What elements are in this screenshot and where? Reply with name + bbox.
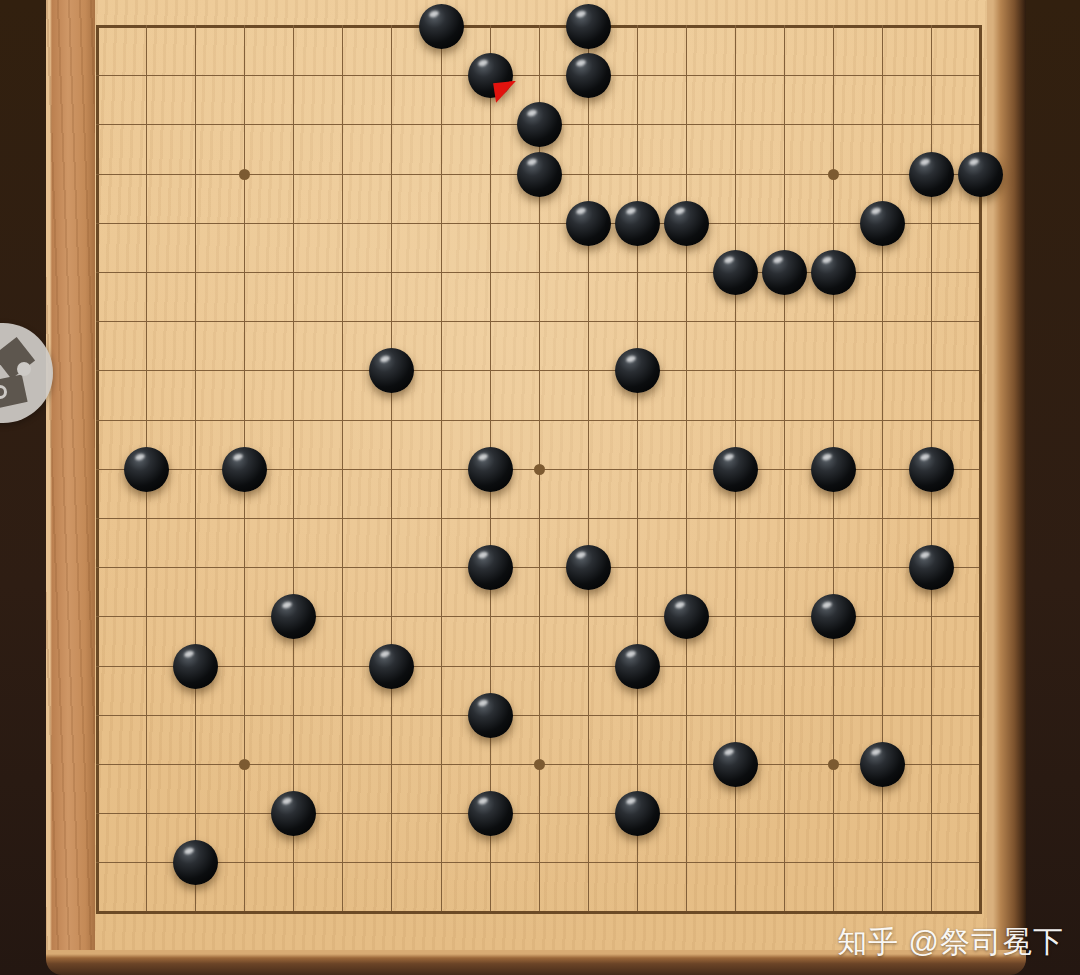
black-stone[interactable] [762,250,807,295]
go-board[interactable] [95,0,987,950]
black-stone[interactable] [860,201,905,246]
black-stone[interactable] [517,152,562,197]
grid-line-horizontal [96,813,982,814]
black-stone[interactable] [811,250,856,295]
black-stone[interactable] [566,53,611,98]
black-stone[interactable] [713,742,758,787]
black-stone[interactable] [468,545,513,590]
black-stone[interactable] [271,594,316,639]
black-stone[interactable] [369,644,414,689]
star-point [534,464,545,475]
black-stone[interactable] [468,791,513,836]
black-stone[interactable] [909,545,954,590]
black-stone[interactable] [811,447,856,492]
black-stone[interactable] [713,250,758,295]
board-frame-left [46,0,95,950]
star-point [239,759,250,770]
grid-line-horizontal [96,518,982,519]
grid-line-vertical [637,25,638,914]
black-stone[interactable] [566,201,611,246]
grid-line-vertical [784,25,785,914]
black-stone[interactable] [713,447,758,492]
star-point [828,169,839,180]
grid-line-vertical [686,25,687,914]
board-frame-right [987,0,1026,950]
black-stone[interactable] [615,791,660,836]
black-stone[interactable] [909,152,954,197]
grid-line-vertical [588,25,589,914]
black-stone[interactable] [173,644,218,689]
go-app-screen: { "game": { "name": "Go (Weiqi)", "board… [0,0,1080,975]
black-stone[interactable] [566,4,611,49]
black-stone[interactable] [811,594,856,639]
black-stone[interactable] [468,447,513,492]
black-stone[interactable] [615,348,660,393]
grid-line-horizontal [96,715,982,716]
grid-line-horizontal [96,567,982,568]
black-stone[interactable] [369,348,414,393]
grid-line-horizontal [96,911,982,914]
black-stone[interactable] [468,693,513,738]
star-point [828,759,839,770]
black-stone[interactable] [271,791,316,836]
grid-line-horizontal [96,862,982,863]
black-stone[interactable] [958,152,1003,197]
black-stone[interactable] [664,201,709,246]
black-stone[interactable] [517,102,562,147]
last-move-marker [493,81,516,103]
black-stone[interactable] [124,447,169,492]
black-stone[interactable] [222,447,267,492]
star-point [239,169,250,180]
watermark: 知乎 @祭司冕下 [837,922,1064,963]
puzzle-icon [0,335,45,411]
black-stone[interactable] [909,447,954,492]
black-stone[interactable] [566,545,611,590]
black-stone[interactable] [860,742,905,787]
black-stone[interactable] [615,644,660,689]
black-stone[interactable] [664,594,709,639]
grid-line-horizontal [96,666,982,667]
black-stone[interactable] [615,201,660,246]
black-stone[interactable] [419,4,464,49]
black-stone[interactable] [173,840,218,885]
star-point [534,759,545,770]
